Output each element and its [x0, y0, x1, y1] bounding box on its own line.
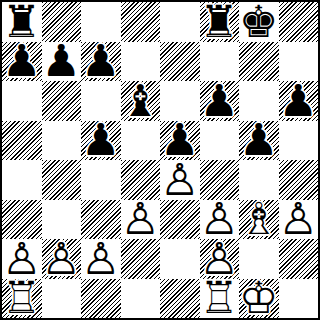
black-pawn-icon: ♟♟: [2, 42, 42, 82]
black-bishop-icon: ♝♝: [121, 81, 161, 121]
square-h6[interactable]: ♟♟: [279, 81, 319, 121]
square-d2[interactable]: [121, 239, 161, 279]
piece-glyph: ♖: [2, 276, 41, 320]
white-pawn-icon: ♟♙: [279, 200, 319, 240]
square-e1[interactable]: [160, 279, 200, 319]
square-h2[interactable]: [279, 239, 319, 279]
piece-glyph: ♖: [200, 276, 239, 320]
square-d3[interactable]: ♟♙: [121, 200, 161, 240]
piece-glyph: ♙: [121, 197, 160, 241]
piece-glyph: ♜: [200, 0, 239, 44]
piece-glyph: ♔: [239, 276, 278, 320]
square-f1[interactable]: ♜♖: [200, 279, 240, 319]
white-rook-icon: ♜♖: [200, 279, 240, 319]
piece-glyph: ♟: [81, 118, 120, 162]
piece-glyph: ♟: [42, 39, 81, 83]
square-e8[interactable]: [160, 2, 200, 42]
square-b7[interactable]: ♟♟: [42, 42, 82, 82]
square-b1[interactable]: [42, 279, 82, 319]
piece-glyph: ♙: [160, 158, 199, 202]
square-a6[interactable]: [2, 81, 42, 121]
square-c7[interactable]: ♟♟: [81, 42, 121, 82]
square-a7[interactable]: ♟♟: [2, 42, 42, 82]
piece-glyph: ♙: [81, 237, 120, 281]
square-f5[interactable]: [200, 121, 240, 161]
black-pawn-icon: ♟♟: [81, 42, 121, 82]
black-king-icon: ♚♚: [239, 2, 279, 42]
square-h5[interactable]: [279, 121, 319, 161]
piece-glyph: ♟: [279, 79, 318, 123]
square-a1[interactable]: ♜♖: [2, 279, 42, 319]
square-d6[interactable]: ♝♝: [121, 81, 161, 121]
square-e3[interactable]: [160, 200, 200, 240]
square-h1[interactable]: [279, 279, 319, 319]
square-a5[interactable]: [2, 121, 42, 161]
square-c5[interactable]: ♟♟: [81, 121, 121, 161]
square-b6[interactable]: [42, 81, 82, 121]
black-pawn-icon: ♟♟: [239, 121, 279, 161]
square-b5[interactable]: [42, 121, 82, 161]
square-d8[interactable]: [121, 2, 161, 42]
black-pawn-icon: ♟♟: [42, 42, 82, 82]
square-g5[interactable]: ♟♟: [239, 121, 279, 161]
white-pawn-icon: ♟♙: [42, 239, 82, 279]
square-b4[interactable]: [42, 160, 82, 200]
square-g7[interactable]: [239, 42, 279, 82]
square-c2[interactable]: ♟♙: [81, 239, 121, 279]
piece-glyph: ♝: [121, 79, 160, 123]
square-e7[interactable]: [160, 42, 200, 82]
white-pawn-icon: ♟♙: [81, 239, 121, 279]
square-b2[interactable]: ♟♙: [42, 239, 82, 279]
piece-glyph: ♙: [279, 197, 318, 241]
square-h8[interactable]: [279, 2, 319, 42]
black-pawn-icon: ♟♟: [81, 121, 121, 161]
square-e2[interactable]: [160, 239, 200, 279]
square-g8[interactable]: ♚♚: [239, 2, 279, 42]
white-pawn-icon: ♟♙: [160, 160, 200, 200]
piece-glyph: ♟: [239, 118, 278, 162]
square-c1[interactable]: [81, 279, 121, 319]
piece-glyph: ♟: [81, 39, 120, 83]
black-pawn-icon: ♟♟: [279, 81, 319, 121]
piece-glyph: ♚: [239, 0, 278, 44]
black-rook-icon: ♜♜: [200, 2, 240, 42]
piece-glyph: ♟: [2, 39, 41, 83]
chess-diagram: ♜♜♜♜♚♚♟♟♟♟♟♟♝♝♟♟♟♟♟♟♟♟♟♟♟♙♟♙♟♙♝♗♟♙♟♙♟♙♟♙…: [0, 0, 320, 320]
square-g1[interactable]: ♚♔: [239, 279, 279, 319]
square-f8[interactable]: ♜♜: [200, 2, 240, 42]
square-d1[interactable]: [121, 279, 161, 319]
white-bishop-icon: ♝♗: [239, 200, 279, 240]
square-g3[interactable]: ♝♗: [239, 200, 279, 240]
square-h3[interactable]: ♟♙: [279, 200, 319, 240]
black-pawn-icon: ♟♟: [200, 81, 240, 121]
white-king-icon: ♚♔: [239, 279, 279, 319]
square-a4[interactable]: [2, 160, 42, 200]
chess-board: ♜♜♜♜♚♚♟♟♟♟♟♟♝♝♟♟♟♟♟♟♟♟♟♟♟♙♟♙♟♙♝♗♟♙♟♙♟♙♟♙…: [0, 0, 320, 320]
square-c4[interactable]: [81, 160, 121, 200]
white-rook-icon: ♜♖: [2, 279, 42, 319]
square-d5[interactable]: [121, 121, 161, 161]
square-e4[interactable]: ♟♙: [160, 160, 200, 200]
square-f6[interactable]: ♟♟: [200, 81, 240, 121]
white-pawn-icon: ♟♙: [121, 200, 161, 240]
piece-glyph: ♟: [200, 79, 239, 123]
piece-glyph: ♗: [239, 197, 278, 241]
piece-glyph: ♙: [42, 237, 81, 281]
